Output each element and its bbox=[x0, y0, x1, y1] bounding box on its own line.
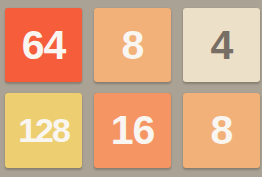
tile-128: 128 bbox=[5, 93, 82, 168]
2048-board[interactable]: 64 8 4 128 16 8 bbox=[0, 0, 262, 177]
tile-8-top: 8 bbox=[94, 8, 171, 82]
tile-4: 4 bbox=[183, 8, 260, 82]
tile-16: 16 bbox=[94, 93, 171, 168]
tile-8-bottom: 8 bbox=[183, 93, 260, 168]
tile-64: 64 bbox=[5, 8, 82, 82]
